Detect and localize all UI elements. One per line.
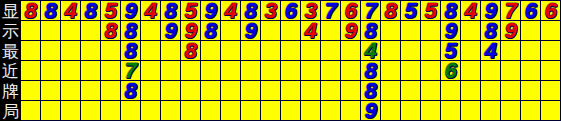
grid-cell: 8 [201,21,221,41]
grid-cell [341,101,361,121]
grid-cell [401,21,421,41]
grid-cell [501,41,521,61]
grid-cell [321,81,341,101]
result-digit: 9 [244,21,256,41]
grid-cell [41,61,61,81]
grid-cell [281,21,301,41]
grid-cell [301,81,321,101]
grid-cell [21,101,41,121]
grid-cell: 7 [321,1,341,21]
grid-cell [481,101,501,121]
grid-cell [441,81,461,101]
grid-cell [201,101,221,121]
grid-cell [321,61,341,81]
result-digit: 3 [264,1,276,21]
grid-cell [461,101,481,121]
grid-cell [381,101,401,121]
result-digit: 4 [464,1,476,21]
grid-cell [521,61,541,81]
grid-cell: 8 [101,21,121,41]
grid-cell [401,101,421,121]
grid-cell [321,41,341,61]
grid-cell [381,21,401,41]
grid-cell [261,101,281,121]
title-char: 局 [0,101,21,121]
grid-cell [201,41,221,61]
grid-cell [101,101,121,121]
grid-cell [401,41,421,61]
grid-cell [181,101,201,121]
grid-cell [301,41,321,61]
grid-cell [101,61,121,81]
grid-cell [161,101,181,121]
grid-cell [21,41,41,61]
grid-cell [141,101,161,121]
result-digit: 9 [344,21,356,41]
grid-cell [41,41,61,61]
grid-cell [521,101,541,121]
grid-cell [521,21,541,41]
grid-cell [81,41,101,61]
grid-cell [501,61,521,81]
grid-cell [521,81,541,101]
grid-cell [281,81,301,101]
grid-cell [81,81,101,101]
grid-cell [81,21,101,41]
grid-cell [421,61,441,81]
grid-cell [281,41,301,61]
results-grid: 8848594859483637678558497668899894989898… [21,0,561,121]
grid-cell: 6 [441,61,461,81]
grid-cell: 8 [21,1,41,21]
grid-cell: 4 [61,1,81,21]
grid-cell: 6 [541,1,561,21]
grid-cell: 9 [501,21,521,41]
grid-cell: 9 [161,21,181,41]
grid-cell [201,61,221,81]
grid-cell [481,81,501,101]
grid-cell [61,61,81,81]
grid-cell: 8 [81,1,101,21]
grid-cell [261,21,281,41]
result-digit: 6 [444,61,456,81]
title-char: 最 [0,41,21,61]
grid-cell [421,81,441,101]
grid-cell: 9 [341,21,361,41]
grid-cell [61,101,81,121]
result-digit: 5 [404,1,416,21]
grid-cell [301,101,321,121]
result-digit: 8 [84,1,96,21]
grid-cell [461,81,481,101]
grid-cell [401,61,421,81]
grid-cell [241,81,261,101]
grid-cell [21,21,41,41]
grid-cell: 9 [361,101,381,121]
grid-cell [381,41,401,61]
grid-cell [321,21,341,41]
grid-cell [181,81,201,101]
grid-cell [21,61,41,81]
grid-cell: 4 [481,41,501,61]
grid-cell [41,81,61,101]
grid-cell [541,101,561,121]
grid-cell [141,81,161,101]
grid-cell [281,61,301,81]
grid-cell [221,21,241,41]
result-digit: 8 [204,21,216,41]
grid-cell: 4 [141,1,161,21]
grid-cell [261,81,281,101]
result-digit: 4 [64,1,76,21]
grid-cell [341,81,361,101]
grid-cell [41,21,61,41]
grid-cell: 4 [221,1,241,21]
grid-cell [441,101,461,121]
grid-cell [461,61,481,81]
result-digit: 5 [424,1,436,21]
grid-cell [541,41,561,61]
title-char: 示 [0,21,21,41]
result-digit: 7 [324,1,336,21]
grid-cell [221,81,241,101]
grid-cell [241,61,261,81]
result-digit: 8 [44,1,56,21]
result-digit: 4 [484,41,496,61]
recent-games-board: 显示最近牌局 884859485948363767855849766889989… [0,0,561,121]
grid-cell [221,101,241,121]
grid-cell [401,81,421,101]
grid-cell [421,101,441,121]
grid-cell [201,81,221,101]
grid-cell [181,61,201,81]
result-digit: 9 [164,21,176,41]
result-digit: 6 [524,1,536,21]
grid-cell [81,61,101,81]
grid-cell [81,101,101,121]
result-digit: 8 [184,41,196,61]
grid-cell [161,41,181,61]
grid-cell [341,61,361,81]
grid-cell: 5 [421,1,441,21]
grid-cell [501,81,521,101]
grid-cell [381,81,401,101]
grid-cell: 5 [401,1,421,21]
grid-cell [521,41,541,61]
result-digit: 6 [544,1,556,21]
grid-cell: 6 [521,1,541,21]
grid-cell: 3 [261,1,281,21]
grid-cell [21,81,41,101]
result-digit: 9 [504,21,516,41]
grid-cell [541,61,561,81]
result-digit: 8 [384,1,396,21]
grid-cell [221,61,241,81]
result-digit: 8 [124,81,136,101]
grid-cell [41,101,61,121]
grid-cell [141,21,161,41]
result-digit: 4 [304,21,316,41]
result-digit: 4 [144,1,156,21]
title-char: 近 [0,61,21,81]
grid-cell: 8 [121,81,141,101]
grid-cell [121,101,141,121]
result-digit: 6 [284,1,296,21]
grid-cell [161,81,181,101]
grid-cell: 4 [461,1,481,21]
grid-cell [421,21,441,41]
grid-cell [61,81,81,101]
grid-cell [461,41,481,61]
grid-cell [61,21,81,41]
grid-cell [421,41,441,61]
result-digit: 8 [104,21,116,41]
grid-cell [481,61,501,81]
result-digit: 8 [24,1,36,21]
grid-cell [261,41,281,61]
title-char: 牌 [0,81,21,101]
grid-cell [381,61,401,81]
grid-cell [101,81,121,101]
grid-cell [141,61,161,81]
grid-cell [301,61,321,81]
grid-cell: 4 [301,21,321,41]
grid-cell [461,21,481,41]
grid-cell [341,41,361,61]
grid-cell: 8 [41,1,61,21]
grid-cell: 6 [281,1,301,21]
grid-cell [501,101,521,121]
grid-cell [161,61,181,81]
grid-cell [541,21,561,41]
result-digit: 9 [364,101,376,121]
grid-cell [541,81,561,101]
grid-cell [101,41,121,61]
grid-cell: 8 [381,1,401,21]
title-char: 显 [0,1,21,21]
board-title-vertical: 显示最近牌局 [0,0,21,121]
grid-cell: 8 [181,41,201,61]
grid-cell [241,41,261,61]
grid-cell [241,101,261,121]
grid-cell [281,101,301,121]
grid-cell [321,101,341,121]
result-digit: 4 [224,1,236,21]
grid-cell [141,41,161,61]
grid-cell [61,41,81,61]
grid-cell [221,41,241,61]
grid-cell: 9 [241,21,261,41]
grid-cell [261,61,281,81]
